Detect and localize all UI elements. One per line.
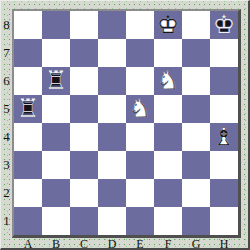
square-e3[interactable] [126,151,154,179]
square-e5[interactable]: ♞♘ [126,95,154,123]
square-a8[interactable] [14,11,42,39]
square-c7[interactable] [70,39,98,67]
square-d5[interactable] [98,95,126,123]
rank-label-4: 4 [1,123,12,151]
chessboard-window: 87654321 ♚♔♚♔♜♖♞♘♜♖♞♘♝♗ ABCDEFGH [0,0,250,250]
square-e7[interactable] [126,39,154,67]
rank-label-8: 8 [1,11,12,39]
piece-glyph-outline: ♗ [210,123,238,151]
square-h8[interactable]: ♚♔ [210,11,238,39]
square-d2[interactable] [98,179,126,207]
square-f1[interactable] [154,207,182,235]
square-e6[interactable] [126,67,154,95]
file-label-h: H [210,237,238,250]
white-king[interactable]: ♚♔ [154,11,182,39]
rank-label-7: 7 [1,39,12,67]
square-h6[interactable] [210,67,238,95]
piece-glyph-outline: ♔ [154,11,182,39]
square-h7[interactable] [210,39,238,67]
square-a3[interactable] [14,151,42,179]
piece-glyph-outline: ♔ [210,11,238,39]
square-f6[interactable]: ♞♘ [154,67,182,95]
piece-glyph-fill: ♚ [154,11,182,39]
square-b1[interactable] [42,207,70,235]
board-frame: ♚♔♚♔♜♖♞♘♜♖♞♘♝♗ [12,9,241,238]
square-b2[interactable] [42,179,70,207]
square-e4[interactable] [126,123,154,151]
piece-glyph-fill: ♜ [42,67,70,95]
square-d7[interactable] [98,39,126,67]
file-label-c: C [70,237,98,250]
piece-glyph-outline: ♘ [154,67,182,95]
rank-label-1: 1 [1,207,12,235]
square-d8[interactable] [98,11,126,39]
white-knight[interactable]: ♞♘ [154,67,182,95]
piece-glyph-outline: ♖ [42,67,70,95]
file-label-g: G [182,237,210,250]
piece-glyph-fill: ♞ [154,67,182,95]
square-a4[interactable] [14,123,42,151]
black-rook[interactable]: ♜♖ [42,67,70,95]
piece-glyph-fill: ♞ [126,95,154,123]
rank-label-6: 6 [1,67,12,95]
file-labels: ABCDEFGH [14,237,238,249]
square-b8[interactable] [42,11,70,39]
square-e1[interactable] [126,207,154,235]
square-a6[interactable] [14,67,42,95]
square-c6[interactable] [70,67,98,95]
square-c8[interactable] [70,11,98,39]
square-h5[interactable] [210,95,238,123]
square-b3[interactable] [42,151,70,179]
file-label-d: D [98,237,126,250]
square-b5[interactable] [42,95,70,123]
square-g2[interactable] [182,179,210,207]
square-b6[interactable]: ♜♖ [42,67,70,95]
rank-label-3: 3 [1,151,12,179]
square-g6[interactable] [182,67,210,95]
square-g8[interactable] [182,11,210,39]
black-rook[interactable]: ♜♖ [14,95,42,123]
square-c5[interactable] [70,95,98,123]
rank-labels: 87654321 [1,11,12,235]
square-e2[interactable] [126,179,154,207]
square-c1[interactable] [70,207,98,235]
square-d4[interactable] [98,123,126,151]
square-f8[interactable]: ♚♔ [154,11,182,39]
square-g1[interactable] [182,207,210,235]
square-c2[interactable] [70,179,98,207]
square-d6[interactable] [98,67,126,95]
square-g7[interactable] [182,39,210,67]
piece-glyph-fill: ♚ [210,11,238,39]
square-h2[interactable] [210,179,238,207]
file-label-b: B [42,237,70,250]
square-f7[interactable] [154,39,182,67]
square-c3[interactable] [70,151,98,179]
square-h1[interactable] [210,207,238,235]
square-f3[interactable] [154,151,182,179]
square-a5[interactable]: ♜♖ [14,95,42,123]
square-a2[interactable] [14,179,42,207]
rank-label-2: 2 [1,179,12,207]
square-f2[interactable] [154,179,182,207]
file-label-f: F [154,237,182,250]
black-king[interactable]: ♚♔ [210,11,238,39]
rank-label-5: 5 [1,95,12,123]
square-h3[interactable] [210,151,238,179]
piece-glyph-fill: ♜ [14,95,42,123]
square-d3[interactable] [98,151,126,179]
piece-glyph-outline: ♖ [14,95,42,123]
square-h4[interactable]: ♝♗ [210,123,238,151]
file-label-a: A [14,237,42,250]
piece-glyph-outline: ♘ [126,95,154,123]
square-f4[interactable] [154,123,182,151]
square-c4[interactable] [70,123,98,151]
square-f5[interactable] [154,95,182,123]
square-a1[interactable] [14,207,42,235]
chess-board[interactable]: ♚♔♚♔♜♖♞♘♜♖♞♘♝♗ [14,11,238,235]
square-g4[interactable] [182,123,210,151]
square-a7[interactable] [14,39,42,67]
white-knight[interactable]: ♞♘ [126,95,154,123]
square-e8[interactable] [126,11,154,39]
piece-glyph-fill: ♝ [210,123,238,151]
square-d1[interactable] [98,207,126,235]
square-g3[interactable] [182,151,210,179]
square-b4[interactable] [42,123,70,151]
file-label-e: E [126,237,154,250]
square-b7[interactable] [42,39,70,67]
white-bishop[interactable]: ♝♗ [210,123,238,151]
square-g5[interactable] [182,95,210,123]
